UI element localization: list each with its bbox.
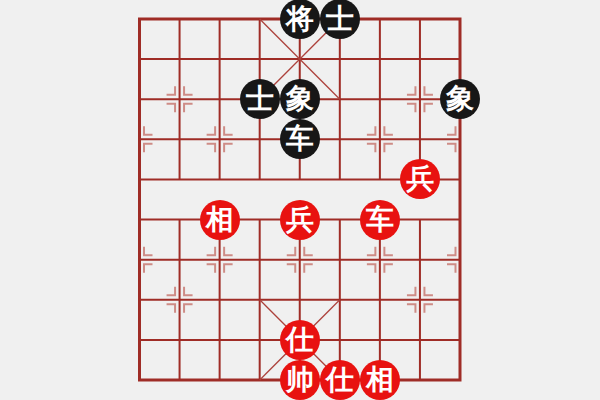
piece-glyph: 士 — [326, 5, 354, 33]
piece-glyph: 士 — [246, 85, 274, 113]
piece-glyph: 车 — [286, 125, 314, 153]
piece-red-advisor[interactable]: 仕 — [320, 360, 360, 400]
piece-red-chariot[interactable]: 车 — [360, 200, 400, 240]
piece-glyph: 象 — [286, 85, 314, 113]
piece-red-elephant[interactable]: 相 — [360, 360, 400, 400]
piece-black-elephant[interactable]: 象 — [280, 79, 320, 119]
piece-glyph: 象 — [446, 85, 474, 113]
piece-glyph: 兵 — [286, 206, 314, 234]
piece-glyph: 将 — [286, 5, 314, 33]
piece-black-chariot[interactable]: 车 — [280, 119, 320, 159]
piece-glyph: 仕 — [326, 366, 354, 394]
piece-glyph: 车 — [366, 206, 394, 234]
piece-glyph: 兵 — [406, 165, 434, 193]
piece-black-elephant[interactable]: 象 — [440, 79, 480, 119]
piece-black-advisor[interactable]: 士 — [320, 0, 360, 39]
piece-red-advisor[interactable]: 仕 — [280, 320, 320, 360]
piece-glyph: 相 — [366, 366, 394, 394]
piece-black-advisor[interactable]: 士 — [240, 79, 280, 119]
piece-black-general[interactable]: 将 — [280, 0, 320, 39]
piece-red-elephant[interactable]: 相 — [200, 200, 240, 240]
piece-red-general[interactable]: 帅 — [280, 360, 320, 400]
piece-glyph: 帅 — [286, 366, 314, 394]
piece-glyph: 仕 — [286, 326, 314, 354]
piece-red-soldier[interactable]: 兵 — [280, 200, 320, 240]
piece-glyph: 相 — [206, 206, 234, 234]
xiangqi-board: 将士士象象车兵兵相车仕帅仕相 — [0, 0, 600, 400]
